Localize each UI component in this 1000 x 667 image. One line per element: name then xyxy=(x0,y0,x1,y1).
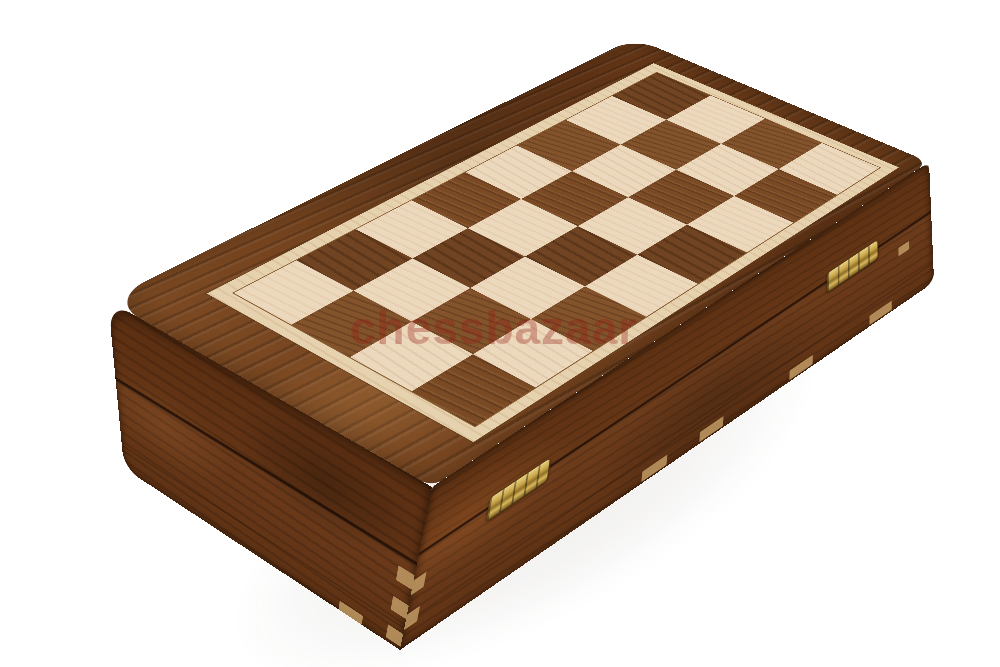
product-photo: chessbazaar xyxy=(0,0,1000,667)
finger-joint xyxy=(898,241,909,257)
brass-hinge xyxy=(827,239,879,293)
brass-hinge xyxy=(486,457,551,522)
watermark: chessbazaar xyxy=(350,301,637,355)
